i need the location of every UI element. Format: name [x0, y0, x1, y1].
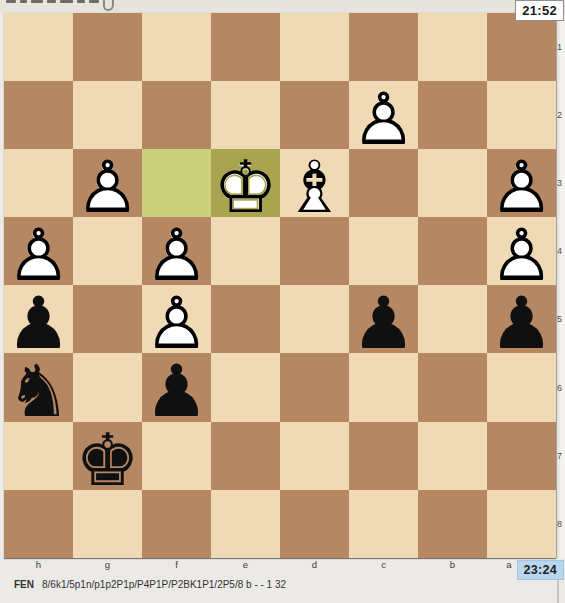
white-king[interactable]: ♚♔ — [211, 153, 280, 221]
square-b8[interactable] — [418, 490, 487, 558]
file-label-f: f — [167, 559, 187, 570]
square-b4[interactable] — [418, 217, 487, 285]
square-b1[interactable] — [418, 13, 487, 81]
white-pawn[interactable]: ♟♙ — [73, 153, 142, 221]
black-pawn[interactable]: ♟ — [349, 289, 418, 357]
black-pawn[interactable]: ♟ — [142, 357, 211, 425]
square-g3[interactable]: ♟♙ — [73, 149, 142, 217]
white-piece-outline: ♙ — [73, 153, 142, 221]
square-a1[interactable] — [487, 13, 556, 81]
white-pawn[interactable]: ♟♙ — [4, 221, 73, 289]
black-piece-glyph: ♚ — [73, 426, 142, 494]
square-b6[interactable] — [418, 353, 487, 421]
fen-bar: FEN 8/6k1/5p1n/p1p2P1p/P4P1P/P2BK1P1/2P5… — [0, 574, 565, 594]
black-piece-glyph: ♞ — [4, 357, 73, 425]
square-d2[interactable] — [280, 81, 349, 149]
white-pawn[interactable]: ♟♙ — [142, 221, 211, 289]
clipped-text-fragment — [6, 0, 166, 9]
black-pawn[interactable]: ♟ — [4, 289, 73, 357]
square-a8[interactable] — [487, 490, 556, 558]
file-label-d: d — [305, 559, 325, 570]
square-f5[interactable]: ♟♙ — [142, 285, 211, 353]
square-b3[interactable] — [418, 149, 487, 217]
square-c3[interactable] — [349, 149, 418, 217]
square-d4[interactable] — [280, 217, 349, 285]
square-g6[interactable] — [73, 353, 142, 421]
square-a2[interactable] — [487, 81, 556, 149]
square-d6[interactable] — [280, 353, 349, 421]
square-e2[interactable] — [211, 81, 280, 149]
square-e6[interactable] — [211, 353, 280, 421]
rank-label-2: 2 — [557, 110, 565, 120]
square-a3[interactable]: ♟♙ — [487, 149, 556, 217]
white-pawn[interactable]: ♟♙ — [487, 153, 556, 221]
square-f2[interactable] — [142, 81, 211, 149]
square-f7[interactable] — [142, 422, 211, 490]
square-h7[interactable] — [4, 422, 73, 490]
square-h3[interactable] — [4, 149, 73, 217]
square-a4[interactable]: ♟♙ — [487, 217, 556, 285]
square-f8[interactable] — [142, 490, 211, 558]
square-b5[interactable] — [418, 285, 487, 353]
clipped-descender — [103, 0, 114, 11]
square-g5[interactable] — [73, 285, 142, 353]
square-c1[interactable] — [349, 13, 418, 81]
white-piece-outline: ♙ — [487, 221, 556, 289]
file-label-c: c — [374, 559, 394, 570]
square-c2[interactable]: ♟♙ — [349, 81, 418, 149]
white-piece-outline: ♙ — [487, 153, 556, 221]
white-piece-outline: ♗ — [280, 153, 349, 221]
rank-label-5: 5 — [557, 314, 565, 324]
square-h1[interactable] — [4, 13, 73, 81]
white-piece-outline: ♔ — [211, 153, 280, 221]
rank-label-6: 6 — [557, 383, 565, 393]
square-d1[interactable] — [280, 13, 349, 81]
square-g7[interactable]: ♚ — [73, 422, 142, 490]
fen-label: FEN — [14, 579, 34, 590]
white-piece-outline: ♙ — [142, 221, 211, 289]
square-h8[interactable] — [4, 490, 73, 558]
square-d5[interactable] — [280, 285, 349, 353]
black-pawn[interactable]: ♟ — [487, 289, 556, 357]
square-f6[interactable]: ♟ — [142, 353, 211, 421]
square-f3[interactable] — [142, 149, 211, 217]
square-f4[interactable]: ♟♙ — [142, 217, 211, 285]
rank-label-1: 1 — [557, 42, 565, 52]
white-pawn[interactable]: ♟♙ — [487, 221, 556, 289]
square-b2[interactable] — [418, 81, 487, 149]
white-pawn[interactable]: ♟♙ — [142, 289, 211, 357]
square-h6[interactable]: ♞ — [4, 353, 73, 421]
white-piece-outline: ♙ — [4, 221, 73, 289]
black-piece-glyph: ♟ — [4, 289, 73, 357]
square-h2[interactable] — [4, 81, 73, 149]
square-f1[interactable] — [142, 13, 211, 81]
square-e5[interactable] — [211, 285, 280, 353]
square-e8[interactable] — [211, 490, 280, 558]
file-label-h: h — [29, 559, 49, 570]
right-gutter — [560, 13, 565, 558]
black-piece-glyph: ♟ — [349, 289, 418, 357]
square-b7[interactable] — [418, 422, 487, 490]
square-d3[interactable]: ♝♗ — [280, 149, 349, 217]
square-a7[interactable] — [487, 422, 556, 490]
rank-label-7: 7 — [557, 451, 565, 461]
black-piece-glyph: ♟ — [487, 289, 556, 357]
white-bishop[interactable]: ♝♗ — [280, 153, 349, 221]
top-strip — [0, 0, 565, 13]
square-c5[interactable]: ♟ — [349, 285, 418, 353]
square-a6[interactable] — [487, 353, 556, 421]
white-piece-outline: ♙ — [142, 289, 211, 357]
square-a5[interactable]: ♟ — [487, 285, 556, 353]
square-d8[interactable] — [280, 490, 349, 558]
square-e4[interactable] — [211, 217, 280, 285]
square-g4[interactable] — [73, 217, 142, 285]
black-piece-glyph: ♟ — [142, 357, 211, 425]
square-h5[interactable]: ♟ — [4, 285, 73, 353]
white-clock: 21:52 — [515, 0, 564, 21]
square-c7[interactable] — [349, 422, 418, 490]
square-d7[interactable] — [280, 422, 349, 490]
chess-board[interactable]: ♟♙♟♙♚♔♝♗♟♙♟♙♟♙♟♙♟♟♙♟♟♞♟♚ — [4, 13, 556, 558]
page: ♟♙♟♙♚♔♝♗♟♙♟♙♟♙♟♙♟♟♙♟♟♞♟♚ 12345678hgfedcb… — [0, 0, 565, 603]
rank-label-3: 3 — [557, 178, 565, 188]
file-label-g: g — [98, 559, 118, 570]
square-e1[interactable] — [211, 13, 280, 81]
fen-value: 8/6k1/5p1n/p1p2P1p/P4P1P/P2BK1P1/2P5/8 b… — [42, 579, 286, 590]
file-label-b: b — [443, 559, 463, 570]
square-g1[interactable] — [73, 13, 142, 81]
rank-label-4: 4 — [557, 246, 565, 256]
square-c4[interactable] — [349, 217, 418, 285]
square-c6[interactable] — [349, 353, 418, 421]
black-knight[interactable]: ♞ — [4, 357, 73, 425]
square-g8[interactable] — [73, 490, 142, 558]
square-c8[interactable] — [349, 490, 418, 558]
square-e3[interactable]: ♚♔ — [211, 149, 280, 217]
white-pawn[interactable]: ♟♙ — [349, 85, 418, 153]
black-king[interactable]: ♚ — [73, 426, 142, 494]
white-piece-outline: ♙ — [349, 85, 418, 153]
square-g2[interactable] — [73, 81, 142, 149]
square-e7[interactable] — [211, 422, 280, 490]
rank-label-8: 8 — [557, 519, 565, 529]
file-label-e: e — [236, 559, 256, 570]
black-clock: 23:24 — [517, 560, 564, 580]
square-h4[interactable]: ♟♙ — [4, 217, 73, 285]
